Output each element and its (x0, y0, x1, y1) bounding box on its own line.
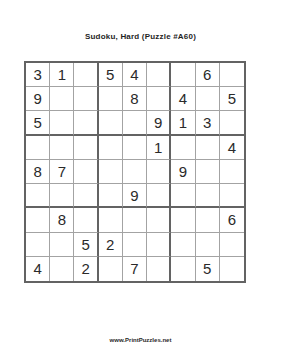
cell-r1c5: 4 (123, 63, 147, 87)
cell-r9c3: 2 (74, 257, 98, 281)
cell-r4c9: 4 (220, 136, 244, 160)
cell-r3c4 (99, 111, 123, 135)
cell-r4c7 (171, 136, 195, 160)
cell-r2c9: 5 (220, 87, 244, 111)
cell-r5c8 (196, 160, 220, 184)
cell-r8c7 (171, 233, 195, 257)
cell-r4c1 (26, 136, 50, 160)
cell-r8c2 (50, 233, 74, 257)
cell-r8c9 (220, 233, 244, 257)
cell-r5c4 (99, 160, 123, 184)
cell-r3c8: 3 (196, 111, 220, 135)
cell-r4c8 (196, 136, 220, 160)
cell-r6c7 (171, 184, 195, 208)
sudoku-page: Sudoku, Hard (Puzzle #A60) 3154698455913… (0, 0, 281, 363)
cell-r1c3 (74, 63, 98, 87)
cell-r8c5 (123, 233, 147, 257)
cell-r4c2 (50, 136, 74, 160)
cell-r1c6 (147, 63, 171, 87)
cell-r2c6 (147, 87, 171, 111)
sudoku-grid: 315469845591314879986524275 (24, 61, 246, 283)
cell-r7c7 (171, 208, 195, 232)
cell-r1c1: 3 (26, 63, 50, 87)
cell-r4c3 (74, 136, 98, 160)
cell-r8c6 (147, 233, 171, 257)
cell-r3c6: 9 (147, 111, 171, 135)
cell-r5c2: 7 (50, 160, 74, 184)
cell-r3c7: 1 (171, 111, 195, 135)
cell-r3c5 (123, 111, 147, 135)
cell-r9c1: 4 (26, 257, 50, 281)
cell-r1c2: 1 (50, 63, 74, 87)
cell-r1c4: 5 (99, 63, 123, 87)
cell-r8c3: 5 (74, 233, 98, 257)
cell-r5c9 (220, 160, 244, 184)
cell-r9c2 (50, 257, 74, 281)
cell-r3c9 (220, 111, 244, 135)
cell-r6c5: 9 (123, 184, 147, 208)
cell-r1c9 (220, 63, 244, 87)
cell-r4c5 (123, 136, 147, 160)
cell-r8c1 (26, 233, 50, 257)
cell-r5c6 (147, 160, 171, 184)
cell-r7c8 (196, 208, 220, 232)
cell-r7c6 (147, 208, 171, 232)
cell-r5c1: 8 (26, 160, 50, 184)
cell-r7c9: 6 (220, 208, 244, 232)
cell-r6c9 (220, 184, 244, 208)
cell-r2c5: 8 (123, 87, 147, 111)
cell-r2c8 (196, 87, 220, 111)
cell-r1c7 (171, 63, 195, 87)
cell-r4c6: 1 (147, 136, 171, 160)
cell-r3c2 (50, 111, 74, 135)
page-title: Sudoku, Hard (Puzzle #A60) (0, 32, 281, 41)
cell-r7c3 (74, 208, 98, 232)
cell-r7c2: 8 (50, 208, 74, 232)
cell-r9c8: 5 (196, 257, 220, 281)
cell-r6c3 (74, 184, 98, 208)
footer-url: www.PrintPuzzles.net (0, 337, 281, 343)
cell-r7c5 (123, 208, 147, 232)
cell-r2c7: 4 (171, 87, 195, 111)
cell-r6c4 (99, 184, 123, 208)
cell-r9c5: 7 (123, 257, 147, 281)
cell-r5c7: 9 (171, 160, 195, 184)
cell-r7c1 (26, 208, 50, 232)
cell-r2c1: 9 (26, 87, 50, 111)
cell-r2c2 (50, 87, 74, 111)
cell-r6c8 (196, 184, 220, 208)
cell-r4c4 (99, 136, 123, 160)
cell-r8c8 (196, 233, 220, 257)
cell-r9c9 (220, 257, 244, 281)
cell-r7c4 (99, 208, 123, 232)
cell-r3c1: 5 (26, 111, 50, 135)
cell-r5c3 (74, 160, 98, 184)
cell-r9c6 (147, 257, 171, 281)
cell-r9c7 (171, 257, 195, 281)
cell-r1c8: 6 (196, 63, 220, 87)
cell-r9c4 (99, 257, 123, 281)
cell-r6c2 (50, 184, 74, 208)
cell-r3c3 (74, 111, 98, 135)
cell-r6c6 (147, 184, 171, 208)
cell-r2c4 (99, 87, 123, 111)
cell-r8c4: 2 (99, 233, 123, 257)
cell-r5c5 (123, 160, 147, 184)
cell-r2c3 (74, 87, 98, 111)
cell-r6c1 (26, 184, 50, 208)
